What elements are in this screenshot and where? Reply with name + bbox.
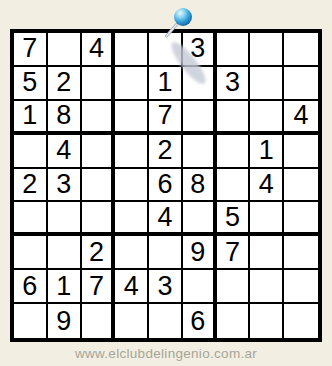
sudoku-cell[interactable] xyxy=(115,135,149,169)
sudoku-cell[interactable] xyxy=(82,202,116,236)
sudoku-cell[interactable] xyxy=(115,33,149,67)
sudoku-cell: 5 xyxy=(217,202,251,236)
sudoku-cell: 4 xyxy=(149,202,183,236)
sudoku-cell[interactable] xyxy=(183,135,217,169)
sudoku-cell[interactable] xyxy=(115,169,149,203)
sudoku-cell[interactable] xyxy=(48,33,82,67)
sudoku-cell: 8 xyxy=(48,101,82,135)
sudoku-cell: 4 xyxy=(82,33,116,67)
sudoku-cell[interactable] xyxy=(217,135,251,169)
sudoku-cell[interactable] xyxy=(284,135,318,169)
sudoku-cell[interactable] xyxy=(250,33,284,67)
sudoku-cell: 3 xyxy=(48,169,82,203)
sudoku-cell: 9 xyxy=(48,304,82,338)
sudoku-cell[interactable] xyxy=(115,101,149,135)
sudoku-cell[interactable] xyxy=(284,270,318,304)
sudoku-cell: 6 xyxy=(183,304,217,338)
page: 7435213187442123684452976174396 www.elcl… xyxy=(0,0,332,366)
sudoku-cell[interactable] xyxy=(14,304,48,338)
sudoku-cell[interactable] xyxy=(250,202,284,236)
sudoku-cell[interactable] xyxy=(82,101,116,135)
sudoku-cell: 4 xyxy=(250,169,284,203)
site-url: www.elclubdelingenio.com.ar xyxy=(0,346,332,361)
sudoku-cell[interactable] xyxy=(115,202,149,236)
sudoku-cell[interactable] xyxy=(14,135,48,169)
sudoku-cell[interactable] xyxy=(250,270,284,304)
sudoku-cell: 4 xyxy=(115,270,149,304)
sudoku-cell: 5 xyxy=(14,67,48,101)
sudoku-cell[interactable] xyxy=(217,101,251,135)
sudoku-cell[interactable] xyxy=(250,236,284,270)
sudoku-cell[interactable] xyxy=(217,270,251,304)
sudoku-cell: 1 xyxy=(250,135,284,169)
sudoku-cell[interactable] xyxy=(183,67,217,101)
sudoku-cell[interactable] xyxy=(183,270,217,304)
sudoku-cell: 7 xyxy=(217,236,251,270)
sudoku-cell: 1 xyxy=(14,101,48,135)
sudoku-cell: 2 xyxy=(149,135,183,169)
sudoku-cell[interactable] xyxy=(149,33,183,67)
sudoku-cell: 4 xyxy=(284,101,318,135)
sudoku-cell[interactable] xyxy=(217,169,251,203)
sudoku-cell: 7 xyxy=(14,33,48,67)
sudoku-cell: 2 xyxy=(14,169,48,203)
sudoku-cell[interactable] xyxy=(48,236,82,270)
sudoku-cell: 6 xyxy=(149,169,183,203)
sudoku-cell[interactable] xyxy=(183,202,217,236)
sudoku-cell: 8 xyxy=(183,169,217,203)
sudoku-cell[interactable] xyxy=(284,33,318,67)
sudoku-cell[interactable] xyxy=(115,236,149,270)
sudoku-cell: 9 xyxy=(183,236,217,270)
sudoku-cell[interactable] xyxy=(284,304,318,338)
sudoku-cell[interactable] xyxy=(149,236,183,270)
sudoku-cell[interactable] xyxy=(284,236,318,270)
sudoku-cell: 3 xyxy=(149,270,183,304)
sudoku-board: 7435213187442123684452976174396 xyxy=(10,29,322,342)
sudoku-cell[interactable] xyxy=(149,304,183,338)
sudoku-cell[interactable] xyxy=(14,202,48,236)
sudoku-cell: 1 xyxy=(149,67,183,101)
sudoku-cell[interactable] xyxy=(250,101,284,135)
sudoku-cell: 1 xyxy=(48,270,82,304)
sudoku-cell: 6 xyxy=(14,270,48,304)
sudoku-cell[interactable] xyxy=(48,202,82,236)
sudoku-cell[interactable] xyxy=(284,67,318,101)
sudoku-cell[interactable] xyxy=(250,67,284,101)
sudoku-cell: 4 xyxy=(48,135,82,169)
sudoku-cell[interactable] xyxy=(284,169,318,203)
sudoku-cell[interactable] xyxy=(82,304,116,338)
sudoku-cell: 2 xyxy=(48,67,82,101)
sudoku-cell: 3 xyxy=(217,67,251,101)
sudoku-cell: 3 xyxy=(183,33,217,67)
sudoku-cell[interactable] xyxy=(284,202,318,236)
sudoku-cell: 2 xyxy=(82,236,116,270)
sudoku-cell[interactable] xyxy=(82,135,116,169)
sudoku-cell[interactable] xyxy=(82,169,116,203)
sudoku-cell[interactable] xyxy=(82,67,116,101)
sudoku-cell[interactable] xyxy=(217,304,251,338)
sudoku-cell[interactable] xyxy=(14,236,48,270)
sudoku-cell[interactable] xyxy=(217,33,251,67)
sudoku-cell[interactable] xyxy=(250,304,284,338)
sudoku-cell[interactable] xyxy=(183,101,217,135)
sudoku-cell: 7 xyxy=(82,270,116,304)
pin-head xyxy=(174,8,192,26)
sudoku-cell: 7 xyxy=(149,101,183,135)
sudoku-cell[interactable] xyxy=(115,67,149,101)
sudoku-cell[interactable] xyxy=(115,304,149,338)
